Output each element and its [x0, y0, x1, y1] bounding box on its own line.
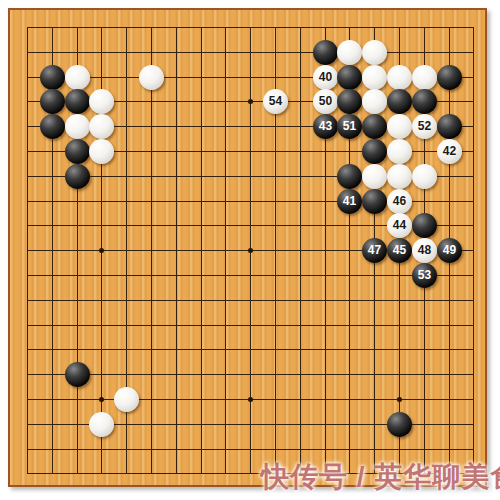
black-stone	[437, 65, 462, 90]
white-stone: 52	[412, 114, 437, 139]
black-stone	[40, 65, 65, 90]
grid-line-horizontal	[27, 449, 474, 450]
white-stone	[89, 139, 114, 164]
black-stone	[337, 89, 362, 114]
white-stone	[362, 89, 387, 114]
black-stone	[387, 412, 412, 437]
white-stone	[139, 65, 164, 90]
star-point	[248, 248, 253, 253]
black-stone	[412, 89, 437, 114]
white-stone: 50	[313, 89, 338, 114]
white-stone	[362, 40, 387, 65]
go-diagram-root: 405450435152424146444745484953 快传号 / 英华聊…	[0, 0, 500, 500]
black-stone	[65, 89, 90, 114]
go-board: 405450435152424146444745484953	[8, 8, 487, 487]
black-stone	[337, 65, 362, 90]
black-stone	[40, 89, 65, 114]
white-stone	[114, 387, 139, 412]
black-stone	[387, 89, 412, 114]
grid-line-horizontal	[27, 374, 474, 375]
star-point	[397, 397, 402, 402]
star-point	[99, 248, 104, 253]
white-stone	[89, 412, 114, 437]
black-stone	[362, 139, 387, 164]
white-stone	[387, 114, 412, 139]
white-stone: 44	[387, 213, 412, 238]
white-stone	[412, 65, 437, 90]
black-stone	[65, 139, 90, 164]
grid-line-vertical	[473, 27, 474, 474]
white-stone	[387, 139, 412, 164]
black-stone	[412, 213, 437, 238]
black-stone: 53	[412, 263, 437, 288]
white-stone: 42	[437, 139, 462, 164]
white-stone	[65, 114, 90, 139]
star-point	[99, 397, 104, 402]
black-stone: 41	[337, 189, 362, 214]
black-stone: 45	[387, 238, 412, 263]
black-stone: 49	[437, 238, 462, 263]
grid-line-horizontal	[27, 300, 474, 301]
black-stone	[437, 114, 462, 139]
grid-line-horizontal	[27, 325, 474, 326]
grid-line-horizontal	[27, 275, 474, 276]
white-stone: 40	[313, 65, 338, 90]
white-stone	[89, 114, 114, 139]
white-stone	[362, 164, 387, 189]
white-stone	[387, 164, 412, 189]
star-point	[248, 397, 253, 402]
white-stone	[362, 65, 387, 90]
board-grid: 405450435152424146444745484953	[10, 10, 485, 485]
black-stone	[65, 164, 90, 189]
star-point	[248, 99, 253, 104]
black-stone	[362, 189, 387, 214]
black-stone	[313, 40, 338, 65]
black-stone	[337, 164, 362, 189]
white-stone	[412, 164, 437, 189]
white-stone	[337, 40, 362, 65]
white-stone	[89, 89, 114, 114]
black-stone: 47	[362, 238, 387, 263]
black-stone	[362, 114, 387, 139]
grid-line-horizontal	[27, 349, 474, 350]
black-stone: 51	[337, 114, 362, 139]
white-stone	[387, 65, 412, 90]
grid-line-vertical	[300, 27, 301, 474]
watermark-text: 快传号 / 英华聊美食	[261, 458, 500, 496]
white-stone: 54	[263, 89, 288, 114]
black-stone	[65, 362, 90, 387]
black-stone	[40, 114, 65, 139]
white-stone: 46	[387, 189, 412, 214]
white-stone: 48	[412, 238, 437, 263]
white-stone	[65, 65, 90, 90]
black-stone: 43	[313, 114, 338, 139]
